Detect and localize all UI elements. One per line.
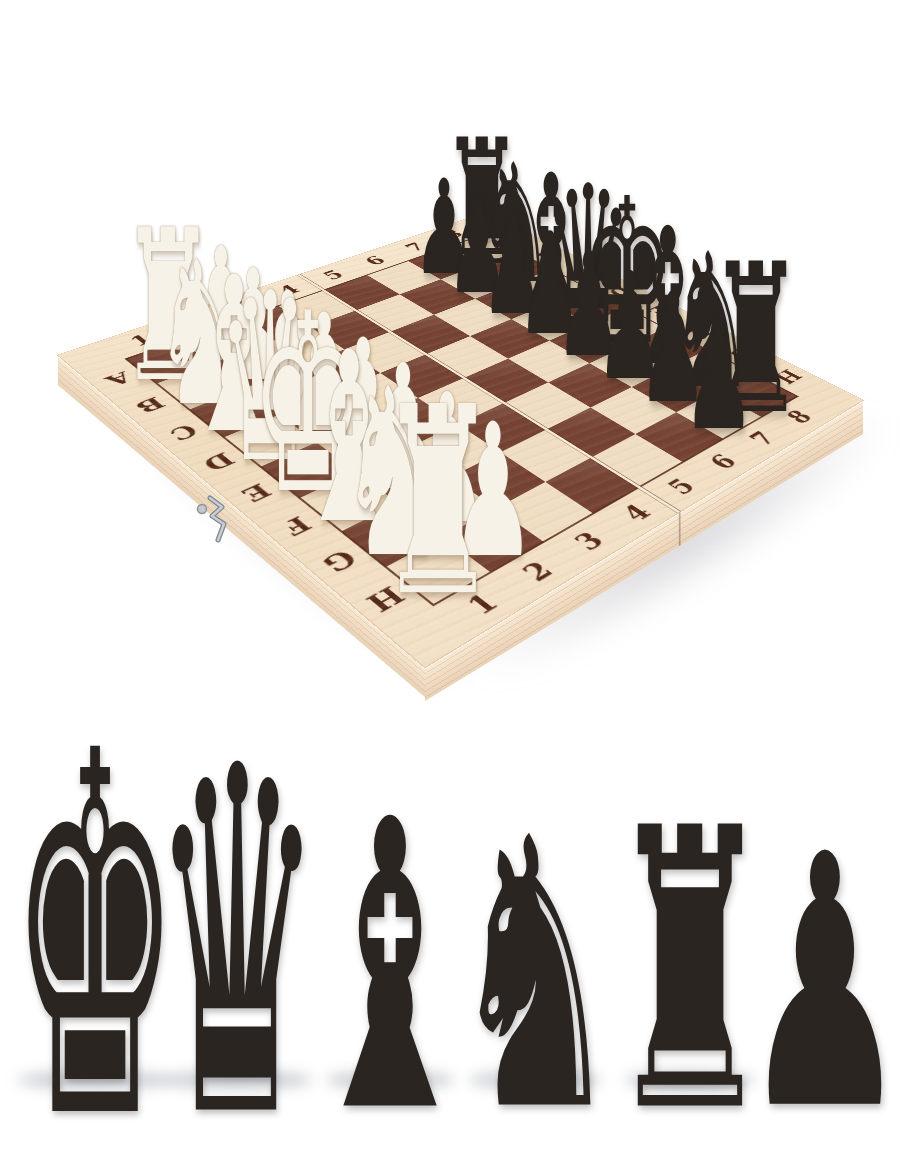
display-piece-knight[interactable]: ♞ — [448, 790, 621, 1162]
product-photo-chess-set: AA88BB77CC66DD55EE44FF33GG22HH11 ♜♞♝♛♚♝♞… — [0, 0, 900, 1174]
display-piece-queen[interactable]: ♛ — [151, 706, 322, 1174]
display-piece-pawn[interactable]: ♟ — [741, 810, 900, 1158]
black-pieces-display-row: ♚♛♝♞♜♟ — [0, 0, 900, 1174]
